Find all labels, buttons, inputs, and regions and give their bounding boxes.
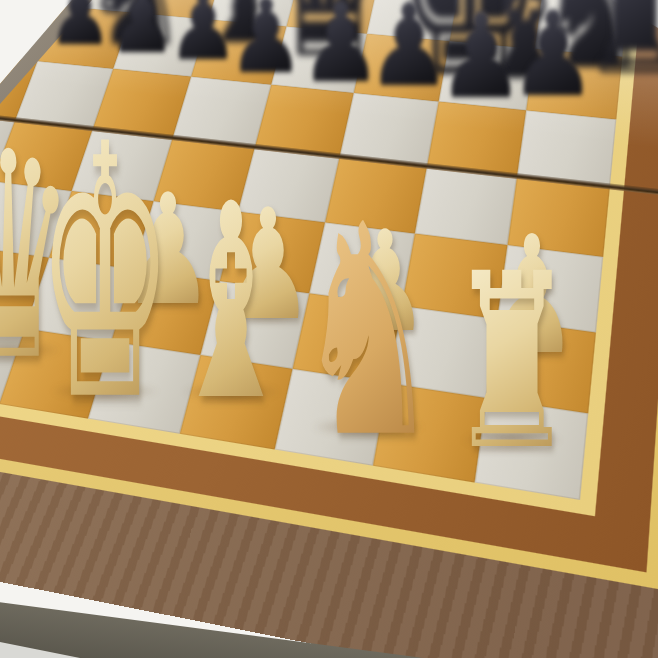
black-pawn-b7[interactable]: ♟ bbox=[108, 0, 176, 66]
chess-set-photo: ♛♚♟♝♟♞♟♜♟♟♟♟♟♟♟♟♟♞♝♛♚♝♞♜ bbox=[0, 0, 658, 658]
black-pawn-d7[interactable]: ♟ bbox=[227, 0, 304, 88]
white-knight-f1[interactable]: ♞ bbox=[295, 186, 440, 478]
black-pawn-g7[interactable]: ♟ bbox=[437, 0, 525, 115]
white-king-c1[interactable]: ♚ bbox=[37, 101, 173, 451]
white-rook-h1[interactable]: ♜ bbox=[448, 241, 575, 482]
white-bishop-d1[interactable]: ♝ bbox=[169, 170, 293, 439]
pieces-layer: ♛♚♟♝♟♞♟♜♟♟♟♟♟♟♟♟♟♞♝♛♚♝♞♜ bbox=[0, 0, 658, 658]
